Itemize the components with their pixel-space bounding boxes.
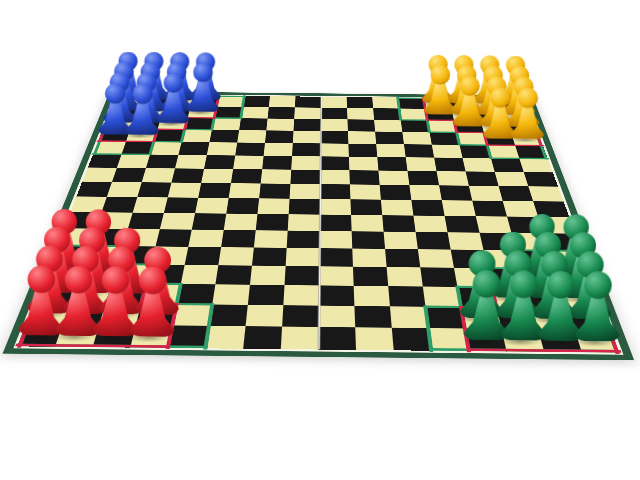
camp-boundary-line	[156, 129, 187, 131]
camp-boundary-line	[239, 95, 246, 119]
pawn-body	[186, 77, 219, 112]
pawn-figure	[156, 73, 190, 124]
checkerboard	[17, 95, 619, 353]
camp-boundary-line	[183, 129, 214, 131]
pawn-figure	[510, 87, 545, 139]
pawn-body	[510, 103, 545, 139]
pawn-head	[459, 76, 479, 96]
pawn-head	[193, 62, 213, 82]
camp-boundary-line	[91, 153, 152, 155]
camp-boundary-line	[174, 303, 214, 306]
pawn-figure	[128, 266, 175, 336]
camp-boundary-line	[203, 303, 214, 349]
pawn-head	[163, 73, 183, 93]
pawn-head	[489, 87, 510, 108]
pawn-body	[125, 99, 160, 135]
pawn-figure	[186, 62, 220, 112]
pawn-body	[156, 88, 190, 124]
camp-boundary-line	[15, 344, 170, 348]
camp-boundary-line	[426, 120, 456, 122]
pawn-head	[546, 271, 574, 299]
camp-boundary-line	[213, 117, 243, 119]
game-board[interactable]	[3, 91, 635, 360]
camp-boundary-line	[455, 132, 486, 134]
pawn-head	[517, 87, 538, 108]
pawn-head	[583, 271, 611, 299]
camp-boundary-line	[428, 131, 459, 133]
pawn-figure	[573, 271, 620, 341]
pawn-body	[128, 287, 175, 336]
camp-boundary-line	[486, 144, 545, 146]
camp-boundary-line	[458, 144, 489, 146]
pawn-head	[430, 65, 450, 85]
photo-canvas	[0, 0, 640, 480]
camp-boundary-line	[466, 348, 621, 352]
pawn-head	[105, 83, 126, 104]
camp-boundary-line	[423, 306, 433, 353]
board-scene	[29, 0, 611, 480]
pawn-figure	[125, 83, 160, 135]
camp-boundary-line	[396, 97, 402, 121]
camp-boundary-line	[423, 306, 463, 309]
pawn-head	[138, 266, 166, 294]
pawn-head	[472, 270, 500, 298]
camp-boundary-line	[399, 119, 429, 121]
camp-boundary-line	[489, 157, 550, 159]
pawn-head	[509, 270, 537, 298]
pawn-head	[64, 265, 92, 293]
pawn-body	[573, 292, 620, 341]
camp-boundary-line	[186, 117, 216, 119]
pawn-head	[101, 266, 129, 294]
camp-boundary-line	[152, 141, 183, 143]
camp-boundary-line	[96, 140, 155, 142]
board-fold-seam	[317, 97, 322, 350]
pawn-head	[27, 265, 55, 293]
pawn-head	[132, 83, 153, 104]
